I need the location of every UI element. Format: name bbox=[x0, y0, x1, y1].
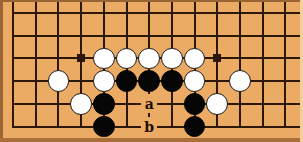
grid-vline bbox=[12, 2, 14, 128]
white-stone bbox=[184, 70, 206, 92]
black-stone bbox=[161, 70, 183, 92]
black-stone bbox=[184, 116, 206, 138]
border-right bbox=[300, 0, 303, 142]
black-stone bbox=[116, 70, 138, 92]
white-stone bbox=[93, 48, 115, 70]
point-label-a: a bbox=[141, 94, 157, 113]
grid-hline bbox=[12, 35, 303, 37]
point-label-b: b bbox=[141, 117, 157, 136]
black-stone bbox=[93, 93, 115, 115]
star-point bbox=[213, 54, 221, 62]
white-stone bbox=[138, 48, 160, 70]
grid-vline bbox=[239, 2, 241, 128]
grid-vline bbox=[35, 2, 37, 128]
border-bottom bbox=[0, 138, 303, 142]
grid-vline bbox=[57, 2, 59, 128]
white-stone bbox=[184, 48, 206, 70]
go-board-diagram: ab bbox=[0, 0, 303, 142]
white-stone bbox=[93, 70, 115, 92]
black-stone bbox=[184, 93, 206, 115]
grid-hline bbox=[12, 103, 303, 105]
white-stone bbox=[161, 48, 183, 70]
white-stone bbox=[206, 93, 228, 115]
white-stone bbox=[229, 70, 251, 92]
grid-hline bbox=[12, 126, 303, 128]
grid-vline bbox=[262, 2, 264, 128]
black-stone bbox=[93, 116, 115, 138]
white-stone bbox=[48, 70, 70, 92]
white-stone bbox=[116, 48, 138, 70]
grid-hline bbox=[12, 12, 303, 14]
border-top bbox=[0, 0, 303, 2]
star-point bbox=[77, 54, 85, 62]
white-stone bbox=[70, 93, 92, 115]
border-left bbox=[0, 0, 3, 142]
grid-vline bbox=[284, 2, 286, 128]
black-stone bbox=[138, 70, 160, 92]
